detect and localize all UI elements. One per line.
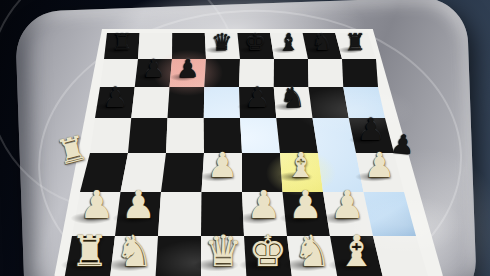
white-pawn-e3[interactable]: ♟	[247, 186, 282, 225]
white-pawn-a3[interactable]: ♟	[80, 186, 115, 225]
black-king-e8[interactable]: ♚	[245, 31, 266, 54]
black-pawn-e6[interactable]: ♟	[245, 83, 270, 111]
white-pawn-d4[interactable]: ♟	[207, 148, 238, 183]
black-knight-f6[interactable]: ♞	[280, 83, 305, 111]
black-rook-h8[interactable]: ♜	[345, 31, 366, 54]
black-pawn-c7[interactable]: ♟	[177, 56, 199, 81]
black-queen-d8[interactable]: ♛	[212, 31, 233, 54]
white-knight-f2[interactable]: ♞	[293, 230, 332, 273]
black-pawn-a6[interactable]: ♟	[103, 83, 128, 111]
white-pawn-g3[interactable]: ♟	[330, 186, 365, 225]
black-pawn-h5[interactable]: ♟	[357, 114, 385, 145]
white-knight-b2[interactable]: ♞	[115, 230, 154, 273]
white-rook-a2[interactable]: ♜	[70, 230, 109, 273]
white-pawn-f3[interactable]: ♟	[288, 186, 323, 225]
white-queen-d2[interactable]: ♛	[204, 230, 243, 273]
captured-white-rook: ♜	[53, 130, 91, 170]
white-bishop-g2[interactable]: ♝	[337, 230, 376, 273]
white-king-e2[interactable]: ♚	[248, 230, 287, 273]
white-pawn-b3[interactable]: ♟	[121, 186, 156, 225]
black-pawn-b7[interactable]: ♟	[142, 56, 164, 81]
black-bishop-f8[interactable]: ♝	[278, 31, 299, 54]
captured-black-pawn: ♟	[390, 130, 416, 158]
black-rook-a8[interactable]: ♜	[112, 31, 133, 54]
pieces-layer: ♜♛♚♝♞♜♟♟♟♟♞♟♝♟♟♟♟♟♟♟♜♞♛♚♞♝♜♟	[0, 0, 490, 276]
chess-scene: ♜♛♚♝♞♜♟♟♟♟♞♟♝♟♟♟♟♟♟♟♜♞♛♚♞♝♜♟	[0, 0, 490, 276]
white-bishop-f4[interactable]: ♝	[285, 148, 316, 183]
black-knight-g8[interactable]: ♞	[312, 31, 333, 54]
